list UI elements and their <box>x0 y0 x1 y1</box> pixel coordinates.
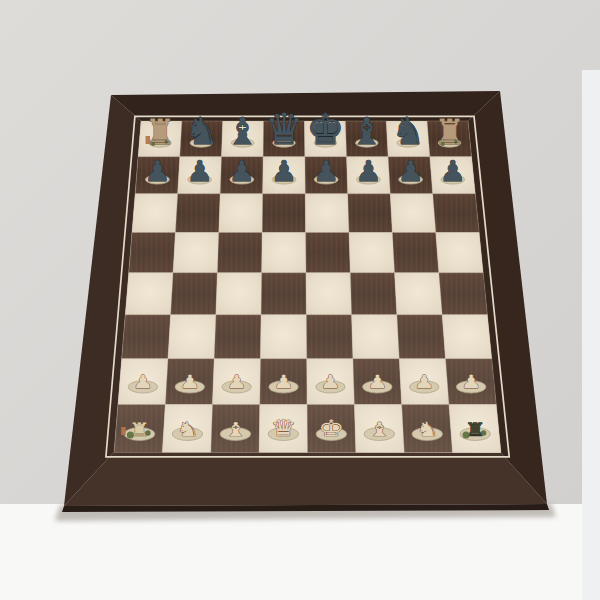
square-h3[interactable] <box>442 315 492 359</box>
piece-black-pawn-e7[interactable]: ♟ <box>313 154 339 187</box>
rook-foliage <box>164 140 167 143</box>
piece-glyph: ♜ <box>434 112 465 152</box>
square-e3[interactable] <box>306 315 353 359</box>
piece-black-pawn-b7[interactable]: ♟ <box>186 154 212 187</box>
piece-black-knight-b8[interactable]: ♞ <box>185 109 218 153</box>
piece-black-queen-d8[interactable]: ♛ <box>265 104 304 154</box>
piece-white-knight-b1[interactable]: ♞ <box>172 417 203 440</box>
scene: ♜♞♝♛♚♝♞♜♟♟♟♟♟♟♟♟♟♟♟♟♟♟♟♟♜♞♝♛♚♝♞♜ <box>0 0 600 600</box>
square-c3[interactable] <box>214 315 261 359</box>
square-a5[interactable] <box>129 233 176 273</box>
square-f3[interactable] <box>352 315 400 359</box>
piece-glyph: ♟ <box>133 371 153 392</box>
piece-glyph: ♟ <box>355 154 381 187</box>
piece-glyph: ♛ <box>270 414 297 441</box>
square-d3[interactable] <box>261 315 307 359</box>
piece-black-pawn-c7[interactable]: ♟ <box>229 154 255 187</box>
piece-glyph: ♝ <box>226 110 259 153</box>
square-b4[interactable] <box>171 273 218 315</box>
piece-white-bishop-c1[interactable]: ♝ <box>220 417 251 440</box>
piece-glyph: ♝ <box>224 417 246 440</box>
square-a6[interactable] <box>132 194 178 233</box>
piece-glyph: ♞ <box>176 417 199 440</box>
square-d4[interactable] <box>261 273 306 315</box>
piece-black-pawn-g7[interactable]: ♟ <box>397 154 423 187</box>
piece-black-pawn-h7[interactable]: ♟ <box>440 154 466 187</box>
piece-glyph: ♟ <box>440 154 466 187</box>
piece-white-knight-g1[interactable]: ♞ <box>412 417 443 440</box>
piece-glyph: ♞ <box>392 109 425 153</box>
piece-glyph: ♛ <box>265 104 304 154</box>
piece-glyph: ♟ <box>414 371 434 392</box>
rook-copper-detail <box>146 136 151 144</box>
piece-black-king-e8[interactable]: ♚ <box>306 104 344 154</box>
piece-white-queen-d1[interactable]: ♛ <box>268 414 299 441</box>
square-b5[interactable] <box>173 233 219 273</box>
square-g5[interactable] <box>392 233 439 273</box>
piece-glyph: ♟ <box>273 371 293 392</box>
piece-glyph: ♟ <box>180 371 200 392</box>
piece-glyph: ♟ <box>461 371 481 392</box>
square-h6[interactable] <box>433 194 479 233</box>
square-c4[interactable] <box>216 273 262 315</box>
rook-foliage <box>481 430 486 435</box>
piece-glyph: ♞ <box>185 109 218 153</box>
piece-black-knight-g8[interactable]: ♞ <box>392 109 425 153</box>
square-b3[interactable] <box>168 315 216 359</box>
piece-black-pawn-d7[interactable]: ♟ <box>271 154 297 187</box>
square-h5[interactable] <box>436 233 483 273</box>
rook-foliage <box>454 140 457 143</box>
square-e6[interactable] <box>305 194 349 233</box>
rook-foliage <box>463 432 470 439</box>
piece-glyph: ♝ <box>368 417 390 440</box>
square-a3[interactable] <box>122 315 171 359</box>
piece-black-rook-a8[interactable]: ♜ <box>144 112 175 152</box>
square-f6[interactable] <box>348 194 393 233</box>
piece-glyph: ♟ <box>367 371 387 392</box>
piece-black-pawn-a7[interactable]: ♟ <box>144 154 170 187</box>
piece-black-bishop-f8[interactable]: ♝ <box>350 110 383 153</box>
piece-glyph: ♟ <box>186 154 212 187</box>
board-frame-bottom <box>64 452 547 506</box>
chessboard-photo: ♜♞♝♛♚♝♞♜♟♟♟♟♟♟♟♟♟♟♟♟♟♟♟♟♜♞♝♛♚♝♞♜ <box>0 0 600 600</box>
piece-black-pawn-f7[interactable]: ♟ <box>355 154 381 187</box>
piece-white-bishop-f1[interactable]: ♝ <box>364 417 395 440</box>
piece-glyph: ♚ <box>306 104 344 154</box>
piece-glyph: ♟ <box>397 154 423 187</box>
piece-glyph: ♞ <box>416 417 439 440</box>
square-d6[interactable] <box>262 194 305 233</box>
square-g3[interactable] <box>397 315 446 359</box>
piece-glyph: ♟ <box>229 154 255 187</box>
piece-glyph: ♟ <box>320 371 340 392</box>
square-g4[interactable] <box>395 273 443 315</box>
rook-foliage <box>441 142 445 146</box>
square-c5[interactable] <box>217 233 262 273</box>
rook-foliage <box>145 430 150 435</box>
square-f4[interactable] <box>350 273 397 315</box>
square-b6[interactable] <box>175 194 220 233</box>
rook-copper-detail <box>121 427 126 435</box>
piece-glyph: ♟ <box>226 371 246 392</box>
square-e5[interactable] <box>306 233 351 273</box>
rook-foliage <box>127 432 134 439</box>
piece-glyph: ♜ <box>144 112 175 152</box>
square-g6[interactable] <box>390 194 436 233</box>
square-c6[interactable] <box>219 194 263 233</box>
piece-glyph: ♟ <box>271 154 297 187</box>
square-d5[interactable] <box>262 233 306 273</box>
piece-black-bishop-c8[interactable]: ♝ <box>226 110 259 153</box>
piece-glyph: ♟ <box>144 154 170 187</box>
piece-glyph: ♝ <box>350 110 383 153</box>
square-a4[interactable] <box>125 273 173 315</box>
rook-foliage <box>151 142 155 146</box>
square-e4[interactable] <box>306 273 352 315</box>
piece-black-rook-h8[interactable]: ♜ <box>434 112 465 152</box>
piece-white-king-e1[interactable]: ♚ <box>316 415 347 441</box>
square-h4[interactable] <box>439 273 488 315</box>
piece-glyph: ♟ <box>313 154 339 187</box>
background-right-strip <box>582 70 600 600</box>
piece-glyph: ♚ <box>318 415 344 441</box>
square-f5[interactable] <box>349 233 395 273</box>
